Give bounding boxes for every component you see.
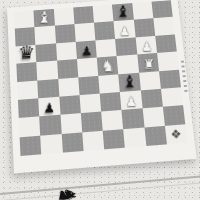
square-d2 (81, 112, 103, 132)
chessboard: ♝♝♟♛♟♟♞♜♝♟♟❖ (7, 0, 197, 173)
square-b8: ♝ (34, 9, 55, 27)
square-g3 (140, 89, 162, 109)
square-f8: ♝ (112, 3, 133, 21)
black-pawn-d6: ♟ (81, 45, 93, 57)
square-g8 (132, 2, 153, 20)
square-e3 (100, 92, 122, 112)
square-f7: ♟ (114, 20, 135, 39)
chessboard-photo: ♝♝♟♛♟♟♞♜♝♟♟❖ ♞ (0, 0, 200, 200)
square-f3: ♟ (120, 90, 142, 110)
square-h2 (163, 105, 186, 125)
square-b3: ♟ (38, 97, 60, 117)
white-knight-e5: ♞ (101, 58, 115, 73)
square-e2 (101, 110, 123, 130)
square-c6 (56, 42, 77, 61)
square-b7 (35, 26, 56, 45)
black-queen-a6: ♛ (18, 44, 35, 62)
white-pawn-g6: ♟ (141, 41, 153, 53)
square-a7 (15, 27, 36, 46)
black-pawn-b3: ♟ (44, 102, 56, 115)
square-b5 (37, 61, 58, 80)
square-c5 (57, 59, 78, 78)
square-a4 (17, 80, 38, 100)
square-d8 (73, 6, 94, 24)
square-f5 (117, 55, 139, 74)
square-c1 (61, 132, 83, 153)
square-g6: ♟ (135, 36, 157, 55)
square-c4 (58, 77, 80, 97)
square-h6 (155, 34, 177, 53)
board-grid: ♝♝♟♛♟♟♞♜♝♟♟❖ (14, 0, 187, 156)
board-logo-icon: ❖ (170, 128, 182, 141)
square-g4 (139, 71, 161, 91)
white-pawn-f7: ♟ (119, 25, 131, 37)
square-e8 (93, 5, 114, 23)
square-f1 (123, 127, 146, 148)
square-e1 (103, 129, 125, 150)
square-d6: ♟ (75, 40, 96, 59)
square-b6 (36, 43, 57, 62)
square-g7 (133, 19, 155, 38)
white-rook-g5: ♜ (142, 57, 155, 71)
square-d1 (82, 130, 104, 151)
square-e7 (94, 22, 115, 41)
square-c2 (60, 113, 82, 133)
white-bishop-b8: ♝ (37, 10, 52, 26)
square-a3 (18, 98, 39, 118)
square-d7 (74, 23, 95, 42)
square-f6 (115, 37, 137, 56)
square-d3 (79, 93, 101, 113)
square-d4 (78, 75, 100, 95)
square-e4 (98, 74, 120, 94)
square-b2 (39, 115, 61, 135)
square-c8 (53, 8, 74, 26)
square-a1 (20, 135, 42, 156)
square-a8 (14, 10, 35, 28)
square-h4 (159, 69, 181, 89)
square-c3 (59, 95, 81, 115)
square-g5: ♜ (137, 53, 159, 72)
square-h7 (153, 17, 175, 36)
board-brand-marks (181, 61, 188, 92)
black-bishop-f8: ♝ (116, 4, 131, 20)
square-b1 (40, 134, 62, 155)
square-e5: ♞ (97, 56, 119, 75)
square-b4 (37, 79, 58, 99)
square-a2 (19, 117, 41, 137)
square-e6 (95, 39, 116, 58)
fallen-black-piece: ♞ (54, 184, 79, 200)
square-h5 (157, 52, 179, 71)
white-pawn-f3: ♟ (126, 95, 138, 108)
square-f4: ♝ (118, 72, 140, 92)
square-h1: ❖ (165, 124, 188, 144)
square-a5 (16, 62, 37, 81)
square-g2 (142, 107, 164, 127)
square-d5 (77, 58, 99, 77)
square-h8 (151, 0, 172, 18)
square-f2 (122, 109, 144, 129)
square-h3 (161, 87, 183, 107)
square-g1 (144, 126, 167, 147)
black-bishop-f4: ♝ (122, 73, 138, 90)
square-a6: ♛ (16, 45, 37, 64)
square-c7 (54, 24, 75, 43)
